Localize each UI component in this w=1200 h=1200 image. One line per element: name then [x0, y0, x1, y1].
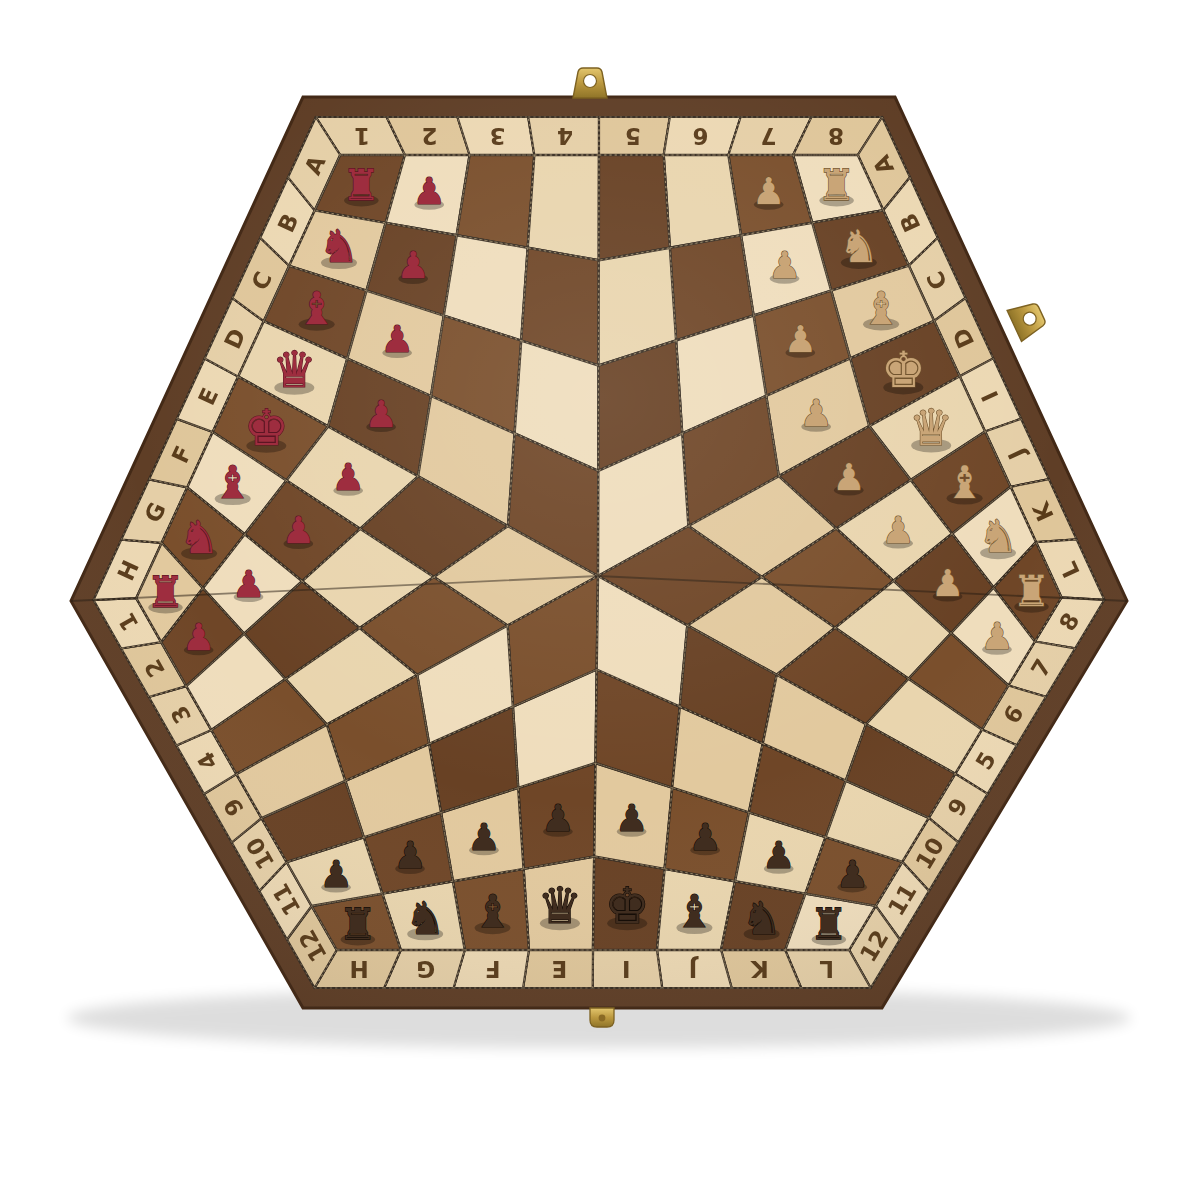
light-queen-i8[interactable]: ♛: [909, 399, 954, 457]
red-knight-g1[interactable]: ♞: [179, 511, 219, 564]
light-pawn-l7[interactable]: ♟: [980, 615, 1013, 658]
red-knight-b1[interactable]: ♞: [319, 220, 359, 273]
light-knight-b8[interactable]: ♞: [839, 220, 879, 273]
dark-knight-g12[interactable]: ♞: [405, 892, 445, 945]
red-pawn-g2[interactable]: ♟: [232, 563, 265, 606]
red-pawn-a2[interactable]: ♟: [413, 170, 446, 213]
dark-pawn-g11[interactable]: ♟: [393, 834, 426, 877]
dark-queen-e12[interactable]: ♛: [537, 877, 582, 935]
light-pawn-j7[interactable]: ♟: [882, 509, 915, 552]
light-pawn-d7[interactable]: ♟: [800, 392, 833, 435]
light-rook-l8[interactable]: ♜: [1012, 566, 1051, 616]
red-bishop-c1[interactable]: ♝: [296, 282, 336, 335]
red-rook-a1[interactable]: ♜: [342, 160, 381, 210]
photo-backdrop: 12345678ABCDIJKL87659101112LKJIEFGH12111…: [0, 0, 1200, 1200]
light-bishop-j8[interactable]: ♝: [944, 456, 984, 509]
dark-bishop-j12[interactable]: ♝: [674, 885, 714, 938]
red-pawn-c2[interactable]: ♟: [381, 318, 414, 361]
light-rook-a8[interactable]: ♜: [817, 160, 856, 210]
three-player-chess-board: 12345678ABCDIJKL87659101112LKJIEFGH12111…: [0, 0, 1200, 1200]
red-pawn-f2[interactable]: ♟: [282, 509, 315, 552]
red-pawn-e2[interactable]: ♟: [332, 456, 365, 499]
top-hinge-icon: [573, 68, 607, 98]
light-sheen: [71, 97, 1127, 1008]
dark-king-i12[interactable]: ♚: [605, 877, 650, 935]
red-pawn-h2[interactable]: ♟: [182, 616, 215, 659]
light-pawn-i7[interactable]: ♟: [832, 456, 865, 499]
dark-pawn-i11[interactable]: ♟: [615, 797, 648, 840]
light-pawn-c7[interactable]: ♟: [784, 318, 817, 361]
dark-pawn-k11[interactable]: ♟: [762, 834, 795, 877]
dark-rook-l12[interactable]: ♜: [810, 899, 849, 949]
red-queen-d1[interactable]: ♛: [272, 341, 317, 399]
dark-pawn-h11[interactable]: ♟: [319, 853, 352, 896]
light-bishop-c8[interactable]: ♝: [861, 282, 901, 335]
dark-pawn-l11[interactable]: ♟: [836, 853, 869, 896]
right-hinge-icon: [1007, 298, 1049, 341]
dark-pawn-j11[interactable]: ♟: [689, 816, 722, 859]
dark-pawn-f11[interactable]: ♟: [467, 816, 500, 859]
light-pawn-k7[interactable]: ♟: [931, 562, 964, 605]
light-pawn-b7[interactable]: ♟: [768, 244, 801, 287]
red-bishop-f1[interactable]: ♝: [213, 456, 253, 509]
red-pawn-d2[interactable]: ♟: [365, 393, 398, 436]
red-pawn-b2[interactable]: ♟: [397, 244, 430, 287]
dark-rook-h12[interactable]: ♜: [339, 899, 378, 949]
red-rook-h1[interactable]: ♜: [146, 567, 185, 617]
light-king-d8[interactable]: ♚: [881, 341, 926, 399]
dark-knight-k12[interactable]: ♞: [741, 892, 781, 945]
dark-bishop-f12[interactable]: ♝: [472, 885, 512, 938]
bottom-clasp-icon: [590, 1008, 614, 1027]
light-pawn-a7[interactable]: ♟: [752, 170, 785, 213]
red-king-e1[interactable]: ♚: [244, 399, 289, 457]
dark-pawn-e11[interactable]: ♟: [541, 797, 574, 840]
light-knight-k8[interactable]: ♞: [978, 510, 1018, 563]
